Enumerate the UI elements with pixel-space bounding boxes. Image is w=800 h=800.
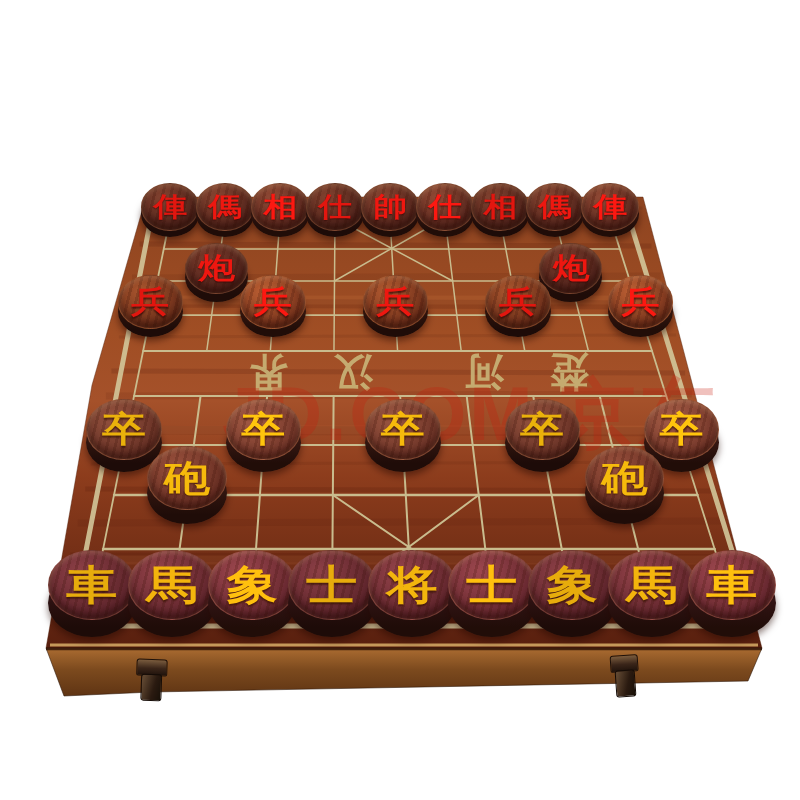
clasp-loop [140, 674, 162, 702]
piece-character: 象 [227, 565, 278, 606]
piece-top: 砲 [147, 446, 227, 510]
xiangqi-piece-傌: 傌 [526, 183, 584, 236]
piece-character: 卒 [102, 412, 146, 447]
piece-top: 砲 [585, 446, 665, 510]
xiangqi-piece-兵: 兵 [485, 275, 551, 337]
piece-character: 卒 [242, 412, 286, 447]
piece-top: 士 [288, 550, 376, 621]
xiangqi-piece-卒: 卒 [226, 399, 302, 473]
piece-character: 馬 [627, 565, 678, 606]
xiangqi-piece-士: 士 [448, 550, 536, 638]
xiangqi-piece-仕: 仕 [306, 183, 364, 236]
piece-top: 馬 [608, 550, 696, 621]
xiangqi-piece-馬: 馬 [608, 550, 696, 638]
piece-top: 車 [688, 550, 776, 621]
piece-character: 兵 [499, 287, 537, 317]
piece-character: 帥 [373, 194, 407, 221]
piece-character: 士 [467, 565, 518, 606]
piece-character: 仕 [428, 194, 462, 221]
piece-character: 兵 [131, 287, 169, 317]
xiangqi-piece-帥: 帥 [361, 183, 419, 236]
xiangqi-piece-兵: 兵 [608, 275, 674, 337]
piece-character: 俥 [153, 194, 187, 221]
piece-top: 相 [471, 183, 529, 230]
piece-character: 卒 [520, 412, 564, 447]
xiangqi-piece-象: 象 [528, 550, 616, 638]
piece-top: 俥 [141, 183, 199, 230]
piece-character: 傌 [208, 194, 242, 221]
xiangqi-piece-炮: 炮 [185, 243, 248, 302]
piece-top: 兵 [118, 275, 184, 328]
piece-top: 兵 [240, 275, 306, 328]
piece-character: 俥 [593, 194, 627, 221]
piece-top: 車 [48, 550, 136, 621]
xiangqi-piece-砲: 砲 [585, 446, 665, 524]
piece-character: 馬 [147, 565, 198, 606]
piece-character: 兵 [377, 287, 415, 317]
clasp-loop [615, 669, 636, 697]
piece-top: 傌 [526, 183, 584, 230]
xiangqi-piece-仕: 仕 [416, 183, 474, 236]
piece-top: 象 [528, 550, 616, 621]
piece-character: 象 [547, 565, 598, 606]
piece-character: 士 [307, 565, 358, 606]
piece-top: 兵 [485, 275, 551, 328]
pieces-layer: 俥傌相仕帥仕相傌俥炮炮兵兵兵兵兵卒卒卒卒卒砲砲車馬象士将士象馬車 [0, 0, 800, 800]
box-clasp-left [135, 658, 167, 701]
piece-top: 兵 [363, 275, 429, 328]
piece-character: 卒 [381, 412, 425, 447]
piece-character: 兵 [622, 287, 660, 317]
piece-top: 象 [208, 550, 296, 621]
piece-character: 卒 [660, 412, 704, 447]
piece-character: 兵 [254, 287, 292, 317]
xiangqi-piece-相: 相 [251, 183, 309, 236]
product-photo-scene: 楚河 汉界 JD.COM 京东 俥傌相仕帥仕相傌俥炮炮兵兵兵兵兵卒卒卒卒卒砲砲車… [0, 0, 800, 800]
piece-top: 仕 [306, 183, 364, 230]
piece-top: 仕 [416, 183, 474, 230]
xiangqi-piece-兵: 兵 [118, 275, 184, 337]
piece-top: 馬 [128, 550, 216, 621]
xiangqi-piece-士: 士 [288, 550, 376, 638]
piece-top: 将 [368, 550, 456, 621]
piece-top: 卒 [365, 399, 441, 460]
piece-character: 車 [707, 565, 758, 606]
xiangqi-piece-象: 象 [208, 550, 296, 638]
piece-character: 砲 [164, 460, 210, 497]
piece-top: 士 [448, 550, 536, 621]
piece-top: 兵 [608, 275, 674, 328]
xiangqi-piece-兵: 兵 [240, 275, 306, 337]
box-clasp-right [610, 654, 641, 698]
piece-character: 仕 [318, 194, 352, 221]
xiangqi-piece-車: 車 [688, 550, 776, 638]
xiangqi-piece-砲: 砲 [147, 446, 227, 524]
piece-top: 卒 [505, 399, 581, 460]
piece-top: 傌 [196, 183, 254, 230]
piece-character: 相 [483, 194, 517, 221]
piece-character: 炮 [553, 254, 590, 283]
piece-character: 炮 [198, 254, 235, 283]
xiangqi-piece-傌: 傌 [196, 183, 254, 236]
piece-top: 相 [251, 183, 309, 230]
piece-character: 砲 [602, 460, 648, 497]
piece-character: 車 [67, 565, 118, 606]
piece-character: 傌 [538, 194, 572, 221]
xiangqi-piece-卒: 卒 [365, 399, 441, 473]
piece-top: 俥 [581, 183, 639, 230]
piece-character: 将 [387, 565, 438, 606]
xiangqi-piece-兵: 兵 [363, 275, 429, 337]
piece-top: 炮 [185, 243, 248, 294]
xiangqi-piece-相: 相 [471, 183, 529, 236]
piece-top: 帥 [361, 183, 419, 230]
xiangqi-piece-車: 車 [48, 550, 136, 638]
xiangqi-piece-卒: 卒 [505, 399, 581, 473]
piece-character: 相 [263, 194, 297, 221]
xiangqi-piece-馬: 馬 [128, 550, 216, 638]
xiangqi-piece-俥: 俥 [141, 183, 199, 236]
xiangqi-piece-将: 将 [368, 550, 456, 638]
xiangqi-piece-俥: 俥 [581, 183, 639, 236]
piece-top: 卒 [226, 399, 302, 460]
